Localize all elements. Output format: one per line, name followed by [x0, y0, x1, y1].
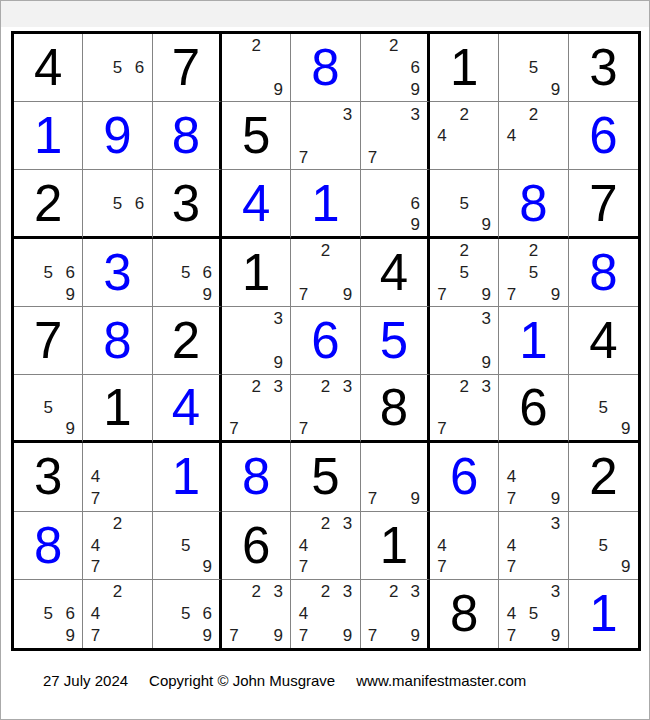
cell-r6c2[interactable]: 1 — [83, 375, 152, 443]
cell-r4c3[interactable]: 569 — [153, 239, 222, 307]
given-digit: 3 — [172, 178, 200, 229]
pencil-mark-slot-3 — [475, 513, 497, 535]
pencil-mark-slot-5: 5 — [175, 261, 196, 283]
pencil-mark-slot-9 — [475, 147, 497, 169]
cell-r8c3[interactable]: 59 — [153, 512, 222, 580]
pencil-mark-slot-5 — [453, 534, 475, 556]
cell-r9c1[interactable]: 569 — [14, 580, 83, 648]
cell-r7c4[interactable]: 8 — [222, 443, 291, 511]
pencil-mark-slot-2 — [106, 171, 128, 192]
given-digit: 1 — [103, 382, 131, 433]
pencil-mark-slot-4: 4 — [431, 534, 453, 556]
pencil-mark-slot-1 — [570, 376, 592, 397]
pencil-mark-slot-5 — [245, 57, 267, 79]
pencil-mark-slot-9: 9 — [405, 625, 426, 647]
pencil-mark-slot-5: 5 — [37, 397, 59, 418]
cell-r4c2[interactable]: 3 — [83, 239, 152, 307]
pencil-mark-slot-1 — [431, 513, 453, 535]
pencil-mark-slot-5: 5 — [175, 534, 196, 556]
given-digit: 2 — [589, 451, 617, 502]
pencil-mark-slot-6 — [475, 534, 497, 556]
pencil-mark-slot-8 — [522, 488, 544, 510]
cell-r4c8[interactable]: 2579 — [499, 239, 568, 307]
pencil-marks: 24 — [431, 103, 497, 168]
cell-r8c4[interactable]: 6 — [222, 512, 291, 580]
pencil-mark-slot-7: 7 — [362, 147, 383, 169]
cell-r3c5[interactable]: 1 — [291, 170, 360, 238]
pencil-marks: 59 — [431, 171, 497, 234]
pencil-mark-slot-7: 7 — [292, 147, 314, 169]
pencil-mark-slot-3: 3 — [267, 581, 289, 603]
pencil-mark-slot-8 — [106, 214, 128, 235]
pencil-mark-slot-1 — [570, 513, 592, 535]
pencil-mark-slot-2 — [37, 240, 59, 262]
pencil-mark-slot-2: 2 — [314, 581, 336, 603]
solved-digit: 8 — [242, 451, 270, 502]
pencil-mark-slot-2 — [314, 103, 336, 125]
cell-r9c4[interactable]: 2379 — [222, 580, 291, 648]
pencil-mark-slot-9: 9 — [337, 625, 359, 647]
cell-r4c1[interactable]: 569 — [14, 239, 83, 307]
given-digit: 1 — [242, 247, 270, 298]
cell-r1c3[interactable]: 7 — [153, 34, 222, 102]
pencil-mark-slot-8 — [106, 488, 128, 510]
pencil-mark-slot-9: 9 — [545, 625, 567, 647]
pencil-mark-slot-8 — [37, 625, 59, 647]
pencil-mark-slot-7 — [223, 78, 245, 100]
cell-r2c9[interactable]: 6 — [569, 102, 638, 170]
cell-r8c5[interactable]: 2347 — [291, 512, 360, 580]
pencil-mark-slot-7: 7 — [84, 488, 106, 510]
sudoku-page: 4567298269159319853737242462563416959875… — [0, 0, 650, 720]
solved-digit: 1 — [311, 178, 339, 229]
pencil-mark-slot-8 — [592, 418, 614, 439]
cell-r8c7[interactable]: 47 — [430, 512, 499, 580]
pencil-mark-slot-7 — [84, 78, 106, 100]
cell-r4c9[interactable]: 8 — [569, 239, 638, 307]
given-digit: 5 — [311, 451, 339, 502]
solved-digit: 1 — [34, 110, 62, 161]
cell-r7c1[interactable]: 3 — [14, 443, 83, 511]
cell-r6c7[interactable]: 237 — [430, 375, 499, 443]
pencil-mark-slot-1 — [500, 581, 522, 603]
pencil-mark-slot-1 — [292, 240, 314, 262]
footer-website: www.manifestmaster.com — [356, 672, 526, 689]
pencil-mark-slot-1 — [500, 240, 522, 262]
pencil-mark-slot-3: 3 — [337, 376, 359, 397]
pencil-mark-slot-8 — [522, 625, 544, 647]
cell-r9c7[interactable]: 8 — [430, 580, 499, 648]
pencil-mark-slot-6 — [545, 603, 567, 625]
cell-r7c6[interactable]: 79 — [361, 443, 430, 511]
pencil-mark-slot-7: 7 — [500, 625, 522, 647]
cell-r5c5[interactable]: 6 — [291, 307, 360, 375]
pencil-mark-slot-9 — [129, 78, 151, 100]
pencil-mark-slot-7 — [431, 351, 453, 373]
pencil-mark-slot-7: 7 — [292, 556, 314, 578]
cell-r2c3[interactable]: 8 — [153, 102, 222, 170]
cell-r9c6[interactable]: 2379 — [361, 580, 430, 648]
pencil-mark-slot-8 — [453, 556, 475, 578]
pencil-mark-slot-6 — [267, 330, 289, 352]
cell-r2c2[interactable]: 9 — [83, 102, 152, 170]
pencil-mark-slot-5: 5 — [106, 57, 128, 79]
pencil-mark-slot-5 — [453, 330, 475, 352]
pencil-mark-slot-5: 5 — [175, 603, 196, 625]
cell-r8c9[interactable]: 59 — [569, 512, 638, 580]
cell-r2c4[interactable]: 5 — [222, 102, 291, 170]
cell-r3c4[interactable]: 4 — [222, 170, 291, 238]
solved-digit: 8 — [589, 247, 617, 298]
pencil-mark-slot-4: 4 — [500, 466, 522, 488]
pencil-mark-slot-5 — [314, 261, 336, 283]
pencil-mark-slot-8 — [453, 283, 475, 305]
pencil-mark-slot-6: 6 — [59, 603, 81, 625]
pencil-mark-slot-8 — [37, 283, 59, 305]
pencil-marks: 24 — [500, 103, 566, 168]
pencil-mark-slot-6: 6 — [405, 57, 426, 79]
cell-r5c6[interactable]: 5 — [361, 307, 430, 375]
pencil-mark-slot-6: 6 — [129, 57, 151, 79]
pencil-mark-slot-4 — [362, 603, 383, 625]
cell-r1c1[interactable]: 4 — [14, 34, 83, 102]
pencil-mark-slot-9: 9 — [615, 556, 637, 578]
pencil-mark-slot-5 — [245, 397, 267, 418]
pencil-mark-slot-5 — [522, 466, 544, 488]
cell-r3c2[interactable]: 56 — [83, 170, 152, 238]
pencil-mark-slot-3 — [545, 444, 567, 466]
pencil-mark-slot-2: 2 — [383, 35, 404, 57]
pencil-mark-slot-3: 3 — [545, 581, 567, 603]
pencil-mark-slot-3 — [615, 513, 637, 535]
pencil-mark-slot-4 — [431, 193, 453, 214]
cell-r7c5[interactable]: 5 — [291, 443, 360, 511]
pencil-mark-slot-9 — [129, 488, 151, 510]
cell-r2c5[interactable]: 37 — [291, 102, 360, 170]
pencil-mark-slot-4 — [15, 603, 37, 625]
pencil-mark-slot-8 — [245, 418, 267, 439]
cell-r2c6[interactable]: 37 — [361, 102, 430, 170]
pencil-mark-slot-6 — [267, 603, 289, 625]
cell-r5c3[interactable]: 2 — [153, 307, 222, 375]
pencil-mark-slot-2 — [383, 444, 404, 466]
pencil-mark-slot-1 — [84, 444, 106, 466]
cell-r3c1[interactable]: 2 — [14, 170, 83, 238]
pencil-mark-slot-1 — [500, 444, 522, 466]
pencil-mark-slot-4 — [362, 193, 383, 214]
cell-r4c6[interactable]: 4 — [361, 239, 430, 307]
pencil-mark-slot-9: 9 — [197, 283, 218, 305]
pencil-mark-slot-1 — [292, 581, 314, 603]
pencil-mark-slot-6 — [545, 534, 567, 556]
pencil-mark-slot-3: 3 — [337, 581, 359, 603]
pencil-marks: 34579 — [500, 581, 566, 647]
cell-r3c9[interactable]: 7 — [569, 170, 638, 238]
pencil-marks: 237 — [431, 376, 497, 439]
pencil-mark-slot-7 — [500, 147, 522, 169]
pencil-mark-slot-4 — [362, 57, 383, 79]
pencil-mark-slot-2 — [175, 240, 196, 262]
pencil-mark-slot-1 — [223, 581, 245, 603]
pencil-marks: 569 — [154, 240, 218, 305]
pencil-mark-slot-7 — [84, 214, 106, 235]
cell-r3c7[interactable]: 59 — [430, 170, 499, 238]
cell-r1c5[interactable]: 8 — [291, 34, 360, 102]
pencil-mark-slot-2 — [37, 376, 59, 397]
cell-r9c3[interactable]: 569 — [153, 580, 222, 648]
pencil-mark-slot-1 — [431, 308, 453, 330]
cell-r6c5[interactable]: 237 — [291, 375, 360, 443]
pencil-mark-slot-7: 7 — [84, 556, 106, 578]
given-digit: 7 — [34, 315, 62, 366]
pencil-mark-slot-5 — [106, 534, 128, 556]
solved-digit: 6 — [450, 451, 478, 502]
cell-r1c9[interactable]: 3 — [569, 34, 638, 102]
pencil-marks: 29 — [223, 35, 289, 100]
cell-r8c1[interactable]: 8 — [14, 512, 83, 580]
pencil-mark-slot-5: 5 — [522, 603, 544, 625]
solved-digit: 6 — [589, 110, 617, 161]
cell-r9c2[interactable]: 247 — [83, 580, 152, 648]
pencil-mark-slot-1 — [500, 513, 522, 535]
cell-r6c6[interactable]: 8 — [361, 375, 430, 443]
cell-r3c3[interactable]: 3 — [153, 170, 222, 238]
pencil-mark-slot-8 — [314, 625, 336, 647]
pencil-mark-slot-3 — [129, 581, 151, 603]
cell-r9c8[interactable]: 34579 — [499, 580, 568, 648]
pencil-mark-slot-1 — [362, 444, 383, 466]
pencil-mark-slot-8 — [522, 556, 544, 578]
pencil-mark-slot-5 — [383, 466, 404, 488]
pencil-mark-slot-2: 2 — [314, 513, 336, 535]
cell-r5c4[interactable]: 39 — [222, 307, 291, 375]
pencil-mark-slot-4 — [570, 397, 592, 418]
cell-r5c7[interactable]: 39 — [430, 307, 499, 375]
cell-r1c2[interactable]: 56 — [83, 34, 152, 102]
pencil-mark-slot-8 — [245, 351, 267, 373]
cell-r9c5[interactable]: 23479 — [291, 580, 360, 648]
solved-digit: 8 — [34, 520, 62, 571]
given-digit: 4 — [589, 315, 617, 366]
pencil-mark-slot-5 — [522, 534, 544, 556]
cell-r5c2[interactable]: 8 — [83, 307, 152, 375]
pencil-mark-slot-6 — [545, 261, 567, 283]
pencil-mark-slot-8 — [106, 78, 128, 100]
pencil-mark-slot-3 — [337, 240, 359, 262]
cell-r1c8[interactable]: 59 — [499, 34, 568, 102]
pencil-marks: 237 — [223, 376, 289, 439]
given-digit: 6 — [242, 520, 270, 571]
solved-digit: 8 — [172, 110, 200, 161]
cell-r2c1[interactable]: 1 — [14, 102, 83, 170]
footer-date: 27 July 2024 — [43, 672, 128, 689]
pencil-mark-slot-4: 4 — [500, 125, 522, 147]
pencil-mark-slot-5 — [106, 603, 128, 625]
pencil-mark-slot-7: 7 — [292, 418, 314, 439]
cell-r4c7[interactable]: 2579 — [430, 239, 499, 307]
pencil-mark-slot-6 — [337, 125, 359, 147]
pencil-mark-slot-6 — [267, 397, 289, 418]
pencil-mark-slot-2: 2 — [453, 376, 475, 397]
cell-r1c6[interactable]: 269 — [361, 34, 430, 102]
cell-r6c4[interactable]: 237 — [222, 375, 291, 443]
pencil-mark-slot-7 — [500, 78, 522, 100]
pencil-mark-slot-1 — [15, 376, 37, 397]
pencil-mark-slot-9: 9 — [405, 214, 426, 235]
pencil-mark-slot-8 — [175, 625, 196, 647]
pencil-mark-slot-4 — [500, 261, 522, 283]
pencil-mark-slot-2: 2 — [314, 376, 336, 397]
pencil-mark-slot-3 — [267, 35, 289, 57]
pencil-mark-slot-3 — [405, 444, 426, 466]
cell-r4c4[interactable]: 1 — [222, 239, 291, 307]
cell-r7c8[interactable]: 479 — [499, 443, 568, 511]
pencil-mark-slot-7: 7 — [431, 418, 453, 439]
pencil-mark-slot-8 — [175, 556, 196, 578]
cell-r6c9[interactable]: 59 — [569, 375, 638, 443]
solved-digit: 1 — [519, 315, 547, 366]
cell-r4c5[interactable]: 279 — [291, 239, 360, 307]
pencil-marks: 39 — [223, 308, 289, 373]
pencil-marks: 247 — [84, 513, 150, 578]
pencil-mark-slot-5 — [314, 125, 336, 147]
cell-r7c3[interactable]: 1 — [153, 443, 222, 511]
pencil-mark-slot-1 — [154, 581, 175, 603]
pencil-mark-slot-7 — [154, 556, 175, 578]
cell-r5c1[interactable]: 7 — [14, 307, 83, 375]
pencil-mark-slot-8 — [453, 418, 475, 439]
pencil-mark-slot-1 — [154, 240, 175, 262]
given-digit: 4 — [34, 42, 62, 93]
cell-r6c8[interactable]: 6 — [499, 375, 568, 443]
pencil-mark-slot-4: 4 — [292, 603, 314, 625]
cell-r7c2[interactable]: 47 — [83, 443, 152, 511]
cell-r6c3[interactable]: 4 — [153, 375, 222, 443]
pencil-mark-slot-4 — [154, 603, 175, 625]
cell-r8c6[interactable]: 1 — [361, 512, 430, 580]
pencil-mark-slot-4: 4 — [84, 534, 106, 556]
pencil-mark-slot-8 — [175, 283, 196, 305]
pencil-mark-slot-1 — [362, 103, 383, 125]
pencil-mark-slot-6 — [475, 261, 497, 283]
pencil-mark-slot-6: 6 — [405, 193, 426, 214]
pencil-marks: 56 — [84, 171, 150, 234]
pencil-mark-slot-4 — [292, 261, 314, 283]
pencil-mark-slot-3 — [129, 171, 151, 192]
pencil-mark-slot-3 — [197, 513, 218, 535]
pencil-mark-slot-1 — [84, 581, 106, 603]
solved-digit: 3 — [103, 247, 131, 298]
pencil-mark-slot-7 — [362, 214, 383, 235]
pencil-mark-slot-9 — [475, 418, 497, 439]
pencil-mark-slot-2 — [175, 581, 196, 603]
pencil-mark-slot-8 — [592, 556, 614, 578]
pencil-mark-slot-6 — [475, 330, 497, 352]
given-digit: 3 — [34, 451, 62, 502]
given-digit: 1 — [450, 42, 478, 93]
pencil-mark-slot-9: 9 — [197, 556, 218, 578]
pencil-mark-slot-2 — [245, 308, 267, 330]
pencil-marks: 37 — [292, 103, 358, 168]
pencil-mark-slot-7 — [15, 283, 37, 305]
pencil-mark-slot-8 — [453, 351, 475, 373]
pencil-mark-slot-7: 7 — [223, 418, 245, 439]
cell-r8c2[interactable]: 247 — [83, 512, 152, 580]
pencil-marks: 56 — [84, 35, 150, 100]
pencil-mark-slot-4 — [362, 125, 383, 147]
pencil-mark-slot-9: 9 — [545, 78, 567, 100]
pencil-mark-slot-3 — [475, 171, 497, 192]
pencil-marks: 37 — [362, 103, 426, 168]
pencil-mark-slot-4: 4 — [431, 125, 453, 147]
pencil-mark-slot-5: 5 — [453, 261, 475, 283]
top-band — [1, 1, 649, 27]
pencil-mark-slot-5: 5 — [592, 397, 614, 418]
pencil-mark-slot-1 — [292, 376, 314, 397]
cell-r3c6[interactable]: 69 — [361, 170, 430, 238]
solved-digit: 1 — [589, 588, 617, 639]
given-digit: 6 — [519, 382, 547, 433]
pencil-mark-slot-3 — [197, 581, 218, 603]
pencil-mark-slot-8 — [383, 214, 404, 235]
pencil-mark-slot-1 — [431, 171, 453, 192]
pencil-mark-slot-2 — [453, 171, 475, 192]
given-digit: 1 — [380, 520, 408, 571]
pencil-mark-slot-9 — [475, 556, 497, 578]
pencil-mark-slot-8 — [383, 147, 404, 169]
cell-r3c8[interactable]: 8 — [499, 170, 568, 238]
pencil-mark-slot-9 — [129, 625, 151, 647]
cell-r1c7[interactable]: 1 — [430, 34, 499, 102]
pencil-mark-slot-7 — [15, 625, 37, 647]
pencil-mark-slot-1 — [154, 513, 175, 535]
pencil-mark-slot-1 — [292, 103, 314, 125]
pencil-mark-slot-8 — [522, 78, 544, 100]
pencil-mark-slot-4 — [154, 534, 175, 556]
cell-r1c4[interactable]: 29 — [222, 34, 291, 102]
pencil-mark-slot-8 — [245, 78, 267, 100]
cell-r7c7[interactable]: 6 — [430, 443, 499, 511]
pencil-mark-slot-3: 3 — [475, 308, 497, 330]
pencil-mark-slot-9: 9 — [267, 78, 289, 100]
cell-r5c9[interactable]: 4 — [569, 307, 638, 375]
pencil-mark-slot-3 — [197, 240, 218, 262]
pencil-mark-slot-3: 3 — [337, 513, 359, 535]
pencil-marks: 59 — [570, 376, 637, 439]
pencil-mark-slot-3: 3 — [405, 103, 426, 125]
pencil-mark-slot-3: 3 — [337, 103, 359, 125]
cell-r8c8[interactable]: 347 — [499, 512, 568, 580]
pencil-mark-slot-4: 4 — [500, 603, 522, 625]
pencil-mark-slot-9: 9 — [267, 351, 289, 373]
pencil-mark-slot-3 — [615, 376, 637, 397]
pencil-mark-slot-8 — [245, 625, 267, 647]
cell-r2c8[interactable]: 24 — [499, 102, 568, 170]
pencil-mark-slot-1 — [223, 376, 245, 397]
pencil-mark-slot-4 — [84, 193, 106, 214]
cell-r7c9[interactable]: 2 — [569, 443, 638, 511]
pencil-mark-slot-4 — [431, 330, 453, 352]
cell-r2c7[interactable]: 24 — [430, 102, 499, 170]
pencil-mark-slot-5: 5 — [106, 193, 128, 214]
cell-r6c1[interactable]: 59 — [14, 375, 83, 443]
cell-r9c9[interactable]: 1 — [569, 580, 638, 648]
pencil-mark-slot-2 — [522, 35, 544, 57]
pencil-mark-slot-2: 2 — [245, 581, 267, 603]
pencil-mark-slot-8 — [106, 556, 128, 578]
cell-r5c8[interactable]: 1 — [499, 307, 568, 375]
pencil-mark-slot-6 — [59, 397, 81, 418]
